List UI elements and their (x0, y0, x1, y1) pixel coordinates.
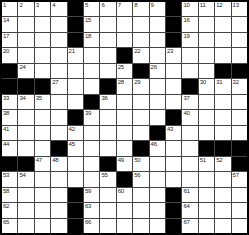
clue-number-44: 44 (3, 141, 9, 148)
cell-r6c8[interactable]: 28 (117, 79, 132, 93)
clue-number-10: 10 (183, 2, 189, 9)
cell-r6c15[interactable]: 32 (232, 79, 247, 93)
cell-r7c2[interactable]: 34 (18, 95, 33, 109)
black-cell-r12c8 (117, 172, 132, 186)
black-cell-r5c14 (215, 64, 230, 78)
cell-r8c12[interactable]: 40 (182, 110, 197, 124)
cell-r4c5[interactable]: 21 (68, 48, 83, 62)
cell-r14c6[interactable]: 63 (84, 203, 99, 217)
clue-number-64: 64 (183, 203, 189, 210)
cell-r1c4[interactable]: 4 (51, 2, 66, 16)
cell-r14c10[interactable] (150, 203, 165, 217)
cell-r8c8[interactable] (117, 110, 132, 124)
clue-number-2: 2 (19, 2, 22, 9)
black-cell-r8c5 (68, 110, 83, 124)
black-cell-r1c5 (68, 2, 83, 16)
black-cell-r13c5 (68, 188, 83, 202)
clue-number-30: 30 (200, 79, 206, 86)
clue-number-36: 36 (101, 95, 107, 102)
cell-r1c3[interactable]: 3 (35, 2, 50, 16)
cell-r13c15[interactable] (232, 188, 247, 202)
clue-number-27: 27 (52, 79, 58, 86)
cell-r11c12[interactable] (182, 157, 197, 171)
cell-r4c12[interactable] (182, 48, 197, 62)
cell-r6c6[interactable] (84, 79, 99, 93)
black-cell-r14c11 (166, 203, 181, 217)
cell-r14c15[interactable] (232, 203, 247, 217)
cell-r9c8[interactable] (117, 126, 132, 140)
cell-r15c8[interactable] (117, 219, 132, 233)
clue-number-50: 50 (134, 157, 140, 164)
cell-r15c12[interactable]: 67 (182, 219, 197, 233)
clue-number-57: 57 (233, 172, 239, 179)
clue-number-33: 33 (3, 95, 9, 102)
cell-r15c2[interactable] (18, 219, 33, 233)
cell-r5c5[interactable] (68, 64, 83, 78)
cell-r4c9[interactable]: 22 (133, 48, 148, 62)
cell-r8c7[interactable] (100, 110, 115, 124)
cell-r2c4[interactable] (51, 17, 66, 31)
cell-r14c4[interactable] (51, 203, 66, 217)
cell-r4c1[interactable]: 20 (2, 48, 17, 62)
clue-number-53: 53 (3, 172, 9, 179)
cell-r14c14[interactable] (215, 203, 230, 217)
clue-number-48: 48 (52, 157, 58, 164)
cell-r6c4[interactable]: 27 (51, 79, 66, 93)
cell-r8c1[interactable]: 38 (2, 110, 17, 124)
cell-r15c15[interactable] (232, 219, 247, 233)
cell-r5c3[interactable] (35, 64, 50, 78)
clue-number-35: 35 (36, 95, 42, 102)
cell-r3c13[interactable] (199, 33, 214, 47)
clue-number-21: 21 (69, 48, 75, 55)
cell-r6c9[interactable]: 29 (133, 79, 148, 93)
cell-r9c3[interactable] (35, 126, 50, 140)
cell-r13c9[interactable] (133, 188, 148, 202)
black-cell-r10c4 (51, 141, 66, 155)
cell-r1c6[interactable]: 5 (84, 2, 99, 16)
cell-r7c11[interactable] (166, 95, 181, 109)
cell-r12c12[interactable] (182, 172, 197, 186)
cell-r13c10[interactable] (150, 188, 165, 202)
black-cell-r2c11 (166, 17, 181, 31)
cell-r3c14[interactable] (215, 33, 230, 47)
black-cell-r6c3 (35, 79, 50, 93)
cell-r2c8[interactable] (117, 17, 132, 31)
cell-r2c6[interactable]: 15 (84, 17, 99, 31)
cell-r11c14[interactable]: 52 (215, 157, 230, 171)
cell-r4c6[interactable] (84, 48, 99, 62)
clue-number-13: 13 (233, 2, 239, 9)
black-cell-r11c2 (18, 157, 33, 171)
cell-r4c15[interactable] (232, 48, 247, 62)
cell-r11c9[interactable]: 50 (133, 157, 148, 171)
cell-r4c11[interactable]: 23 (166, 48, 181, 62)
clue-number-56: 56 (134, 172, 140, 179)
clue-number-29: 29 (134, 79, 140, 86)
cell-r9c9[interactable] (133, 126, 148, 140)
cell-r2c2[interactable] (18, 17, 33, 31)
cell-r15c9[interactable] (133, 219, 148, 233)
black-cell-r10c13 (199, 141, 214, 155)
cell-r9c6[interactable] (84, 126, 99, 140)
black-cell-r11c1 (2, 157, 17, 171)
cell-r12c2[interactable]: 54 (18, 172, 33, 186)
cell-r13c12[interactable]: 61 (182, 188, 197, 202)
cell-r12c11[interactable] (166, 172, 181, 186)
cell-r5c7[interactable] (100, 64, 115, 78)
clue-number-59: 59 (85, 188, 91, 195)
cell-r10c2[interactable] (18, 141, 33, 155)
clue-number-6: 6 (101, 2, 104, 9)
cell-r4c7[interactable] (100, 48, 115, 62)
cell-r7c4[interactable] (51, 95, 66, 109)
cell-r9c14[interactable] (215, 126, 230, 140)
cell-r12c1[interactable]: 53 (2, 172, 17, 186)
cell-r11c5[interactable] (68, 157, 83, 171)
clue-number-16: 16 (183, 17, 189, 24)
cell-r15c1[interactable]: 65 (2, 219, 17, 233)
clue-number-14: 14 (3, 17, 9, 24)
cell-r7c7[interactable]: 36 (100, 95, 115, 109)
black-cell-r6c1 (2, 79, 17, 93)
cell-r12c14[interactable] (215, 172, 230, 186)
cell-r13c6[interactable]: 59 (84, 188, 99, 202)
cell-r4c14[interactable] (215, 48, 230, 62)
cell-r8c13[interactable] (199, 110, 214, 124)
cell-r7c1[interactable]: 33 (2, 95, 17, 109)
cell-r11c4[interactable]: 48 (51, 157, 66, 171)
cell-r9c11[interactable]: 43 (166, 126, 181, 140)
cell-r2c1[interactable]: 14 (2, 17, 17, 31)
clue-number-3: 3 (36, 2, 39, 9)
cell-r1c14[interactable]: 12 (215, 2, 230, 16)
cell-r5c8[interactable]: 25 (117, 64, 132, 78)
clue-number-37: 37 (183, 95, 189, 102)
cell-r1c1[interactable]: 1 (2, 2, 17, 16)
clue-number-8: 8 (134, 2, 137, 9)
cell-r1c9[interactable]: 8 (133, 2, 148, 16)
cell-r3c2[interactable] (18, 33, 33, 47)
black-cell-r6c2 (18, 79, 33, 93)
clue-number-17: 17 (3, 33, 9, 40)
cell-r5c13[interactable] (199, 64, 214, 78)
cell-r6c10[interactable] (150, 79, 165, 93)
cell-r5c6[interactable] (84, 64, 99, 78)
cell-r11c11[interactable] (166, 157, 181, 171)
black-cell-r10c9 (133, 141, 148, 155)
cell-r7c5[interactable] (68, 95, 83, 109)
clue-number-40: 40 (183, 110, 189, 117)
cell-r13c14[interactable] (215, 188, 230, 202)
cell-r6c11[interactable] (166, 79, 181, 93)
clue-number-12: 12 (216, 2, 222, 9)
clue-number-54: 54 (19, 172, 25, 179)
cell-r3c10[interactable] (150, 33, 165, 47)
clue-number-65: 65 (3, 219, 9, 226)
clue-number-49: 49 (118, 157, 124, 164)
clue-number-60: 60 (118, 188, 124, 195)
clue-number-7: 7 (118, 2, 121, 9)
cell-r3c4[interactable] (51, 33, 66, 47)
clue-number-58: 58 (3, 188, 9, 195)
cell-r10c8[interactable] (117, 141, 132, 155)
clue-number-4: 4 (52, 2, 55, 9)
black-cell-r6c12 (182, 79, 197, 93)
cell-r2c10[interactable] (150, 17, 165, 31)
cell-r7c15[interactable] (232, 95, 247, 109)
cell-r7c9[interactable] (133, 95, 148, 109)
clue-number-19: 19 (183, 33, 189, 40)
cell-r12c9[interactable]: 56 (133, 172, 148, 186)
cell-r9c15[interactable] (232, 126, 247, 140)
cell-r14c3[interactable] (35, 203, 50, 217)
black-cell-r5c9 (133, 64, 148, 78)
cell-r11c8[interactable]: 49 (117, 157, 132, 171)
cell-r1c7[interactable]: 6 (100, 2, 115, 16)
cell-r9c13[interactable] (199, 126, 214, 140)
cell-r5c12[interactable] (182, 64, 197, 78)
cell-r13c7[interactable] (100, 188, 115, 202)
black-cell-r14c5 (68, 203, 83, 217)
cell-r11c3[interactable]: 47 (35, 157, 50, 171)
cell-r6c14[interactable]: 31 (215, 79, 230, 93)
cell-r3c15[interactable] (232, 33, 247, 47)
black-cell-r5c15 (232, 64, 247, 78)
clue-number-61: 61 (183, 188, 189, 195)
cell-r3c1[interactable]: 17 (2, 33, 17, 47)
clue-number-32: 32 (233, 79, 239, 86)
clue-number-22: 22 (134, 48, 140, 55)
cell-r7c10[interactable] (150, 95, 165, 109)
cell-r9c1[interactable]: 41 (2, 126, 17, 140)
cell-r2c14[interactable] (215, 17, 230, 31)
black-cell-r11c7 (100, 157, 115, 171)
black-cell-r10c14 (215, 141, 230, 155)
clue-number-25: 25 (118, 64, 124, 71)
cell-r8c9[interactable] (133, 110, 148, 124)
cell-r6c5[interactable] (68, 79, 83, 93)
cell-r13c13[interactable] (199, 188, 214, 202)
cell-r2c3[interactable] (35, 17, 50, 31)
cell-r10c1[interactable]: 44 (2, 141, 17, 155)
black-cell-r4c8 (117, 48, 132, 62)
cell-r6c13[interactable]: 30 (199, 79, 214, 93)
black-cell-r15c5 (68, 219, 83, 233)
cell-r9c5[interactable]: 42 (68, 126, 83, 140)
cell-r1c10[interactable]: 9 (150, 2, 165, 16)
cell-r15c6[interactable]: 66 (84, 219, 99, 233)
clue-number-20: 20 (3, 48, 9, 55)
cell-r5c11[interactable] (166, 64, 181, 78)
clue-number-9: 9 (151, 2, 154, 9)
cell-r9c7[interactable] (100, 126, 115, 140)
cell-r15c7[interactable] (100, 219, 115, 233)
cell-r12c7[interactable]: 55 (100, 172, 115, 186)
black-cell-r8c11 (166, 110, 181, 124)
clue-number-39: 39 (85, 110, 91, 117)
cell-r3c9[interactable] (133, 33, 148, 47)
cell-r10c12[interactable] (182, 141, 197, 155)
cell-r1c13[interactable]: 11 (199, 2, 214, 16)
clue-number-62: 62 (3, 203, 9, 210)
cell-r2c13[interactable] (199, 17, 214, 31)
black-cell-r3c11 (166, 33, 181, 47)
cell-r1c12[interactable]: 10 (182, 2, 197, 16)
cell-r4c2[interactable] (18, 48, 33, 62)
clue-number-23: 23 (167, 48, 173, 55)
cell-r1c2[interactable]: 2 (18, 2, 33, 16)
black-cell-r3c5 (68, 33, 83, 47)
cell-r12c13[interactable] (199, 172, 214, 186)
cell-r4c4[interactable] (51, 48, 66, 62)
cell-r12c4[interactable] (51, 172, 66, 186)
cell-r15c10[interactable] (150, 219, 165, 233)
cell-r10c3[interactable] (35, 141, 50, 155)
black-cell-r2c5 (68, 17, 83, 31)
cell-r3c7[interactable] (100, 33, 115, 47)
clue-number-51: 51 (200, 157, 206, 164)
cell-r2c7[interactable] (100, 17, 115, 31)
cell-r15c14[interactable] (215, 219, 230, 233)
cell-r5c4[interactable] (51, 64, 66, 78)
black-cell-r13c11 (166, 188, 181, 202)
clue-number-26: 26 (151, 64, 157, 71)
clue-number-28: 28 (118, 79, 124, 86)
cell-r14c9[interactable] (133, 203, 148, 217)
cell-r8c15[interactable] (232, 110, 247, 124)
clue-number-15: 15 (85, 17, 91, 24)
cell-r1c15[interactable]: 13 (232, 2, 247, 16)
black-cell-r15c11 (166, 219, 181, 233)
cell-r7c14[interactable] (215, 95, 230, 109)
black-cell-r11c15 (232, 157, 247, 171)
cell-r4c10[interactable] (150, 48, 165, 62)
cell-r14c1[interactable]: 62 (2, 203, 17, 217)
cell-r10c6[interactable] (84, 141, 99, 155)
clue-number-41: 41 (3, 126, 9, 133)
cell-r7c13[interactable] (199, 95, 214, 109)
cell-r11c6[interactable] (84, 157, 99, 171)
clue-number-31: 31 (216, 79, 222, 86)
cell-r12c6[interactable] (84, 172, 99, 186)
cell-r8c4[interactable] (51, 110, 66, 124)
cell-r2c9[interactable] (133, 17, 148, 31)
clue-number-38: 38 (3, 110, 9, 117)
black-cell-r10c15 (232, 141, 247, 155)
cell-r14c13[interactable] (199, 203, 214, 217)
black-cell-r5c1 (2, 64, 17, 78)
clue-number-46: 46 (151, 141, 157, 148)
cell-r9c4[interactable] (51, 126, 66, 140)
clue-number-63: 63 (85, 203, 91, 210)
cell-r13c4[interactable] (51, 188, 66, 202)
cell-r8c3[interactable] (35, 110, 50, 124)
cell-r4c13[interactable] (199, 48, 214, 62)
clue-number-47: 47 (36, 157, 42, 164)
crossword-grid: 1234567891011121314151617181920212223242… (0, 0, 249, 235)
cell-r9c2[interactable] (18, 126, 33, 140)
clue-number-66: 66 (85, 219, 91, 226)
cell-r12c3[interactable] (35, 172, 50, 186)
cell-r11c13[interactable]: 51 (199, 157, 214, 171)
black-cell-r1c11 (166, 2, 181, 16)
cell-r4c3[interactable] (35, 48, 50, 62)
black-cell-r6c7 (100, 79, 115, 93)
cell-r10c11[interactable] (166, 141, 181, 155)
clue-number-52: 52 (216, 157, 222, 164)
cell-r12c15[interactable]: 57 (232, 172, 247, 186)
cell-r10c7[interactable] (100, 141, 115, 155)
black-cell-r7c6 (84, 95, 99, 109)
cell-r7c3[interactable]: 35 (35, 95, 50, 109)
clue-number-55: 55 (101, 172, 107, 179)
cell-r1c8[interactable]: 7 (117, 2, 132, 16)
cell-r14c2[interactable] (18, 203, 33, 217)
cell-r8c6[interactable]: 39 (84, 110, 99, 124)
cell-r14c8[interactable] (117, 203, 132, 217)
cell-r10c10[interactable]: 46 (150, 141, 165, 155)
cell-r5c2[interactable]: 24 (18, 64, 33, 78)
cell-r13c1[interactable]: 58 (2, 188, 17, 202)
clue-number-43: 43 (167, 126, 173, 133)
cell-r7c12[interactable]: 37 (182, 95, 197, 109)
cell-r3c8[interactable] (117, 33, 132, 47)
cell-r13c2[interactable] (18, 188, 33, 202)
black-cell-r9c10 (150, 126, 165, 140)
cell-r8c14[interactable] (215, 110, 230, 124)
cell-r3c3[interactable] (35, 33, 50, 47)
cell-r2c15[interactable] (232, 17, 247, 31)
cell-r15c13[interactable] (199, 219, 214, 233)
cell-r7c8[interactable] (117, 95, 132, 109)
cell-r5c10[interactable]: 26 (150, 64, 165, 78)
cell-r8c10[interactable] (150, 110, 165, 124)
cell-r13c8[interactable]: 60 (117, 188, 132, 202)
cell-r14c7[interactable] (100, 203, 115, 217)
cell-r3c12[interactable]: 19 (182, 33, 197, 47)
clue-number-1: 1 (3, 2, 6, 9)
clue-number-45: 45 (69, 141, 75, 148)
cell-r12c10[interactable] (150, 172, 165, 186)
clue-number-24: 24 (19, 64, 25, 71)
cell-r15c4[interactable] (51, 219, 66, 233)
clue-number-67: 67 (183, 219, 189, 226)
clue-number-18: 18 (85, 33, 91, 40)
cell-r3c6[interactable]: 18 (84, 33, 99, 47)
clue-number-11: 11 (200, 2, 206, 9)
cell-r8c2[interactable] (18, 110, 33, 124)
cell-r15c3[interactable] (35, 219, 50, 233)
cell-r10c5[interactable]: 45 (68, 141, 83, 155)
cell-r2c12[interactable]: 16 (182, 17, 197, 31)
clue-number-34: 34 (19, 95, 25, 102)
clue-number-5: 5 (85, 2, 88, 9)
cell-r13c3[interactable] (35, 188, 50, 202)
cell-r12c5[interactable] (68, 172, 83, 186)
cell-r14c12[interactable]: 64 (182, 203, 197, 217)
cell-r11c10[interactable] (150, 157, 165, 171)
clue-number-42: 42 (69, 126, 75, 133)
cell-r9c12[interactable] (182, 126, 197, 140)
